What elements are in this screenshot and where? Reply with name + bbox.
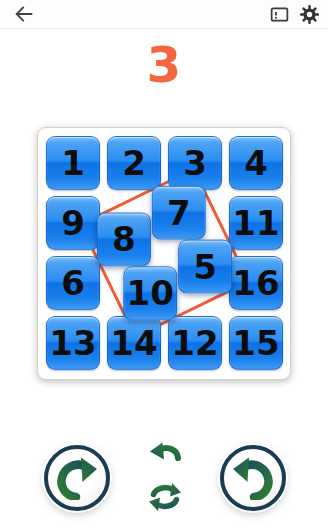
- bottom-controls: [0, 445, 328, 511]
- tile-5[interactable]: 5: [178, 240, 232, 294]
- rotate-counterclockwise-button[interactable]: [220, 445, 286, 511]
- tile-9[interactable]: 9: [46, 196, 100, 250]
- rotating-block: 8 7 10 5: [88, 177, 241, 330]
- tile-4[interactable]: 4: [229, 136, 283, 190]
- back-arrow-icon: [13, 3, 35, 25]
- settings-button[interactable]: [296, 1, 322, 27]
- back-button[interactable]: [12, 2, 36, 26]
- refresh-direction-icon: [148, 481, 182, 513]
- rotate-clockwise-icon: [55, 456, 99, 500]
- tile-1[interactable]: 1: [46, 136, 100, 190]
- feedback-icon: [269, 4, 290, 25]
- tile-13[interactable]: 13: [46, 316, 100, 370]
- direction-toggle[interactable]: [147, 441, 183, 513]
- tile-7[interactable]: 7: [152, 186, 206, 240]
- tile-8[interactable]: 8: [97, 212, 151, 266]
- tile-11[interactable]: 11: [229, 196, 283, 250]
- move-counter: 3: [0, 40, 328, 90]
- gear-icon: [299, 4, 320, 25]
- tile-3[interactable]: 3: [168, 136, 222, 190]
- tile-16[interactable]: 16: [229, 256, 283, 310]
- rotate-clockwise-button[interactable]: [44, 445, 110, 511]
- top-bar: [0, 0, 328, 29]
- tile-12[interactable]: 12: [168, 316, 222, 370]
- tile-14[interactable]: 14: [107, 316, 161, 370]
- tile-15[interactable]: 15: [229, 316, 283, 370]
- undo-direction-icon: [148, 441, 182, 465]
- tile-2[interactable]: 2: [107, 136, 161, 190]
- tile-10[interactable]: 10: [123, 266, 177, 320]
- tile-6[interactable]: 6: [46, 256, 100, 310]
- rotate-counterclockwise-icon: [231, 456, 275, 500]
- puzzle-board: 1 2 3 4 9 11 6 16 13 14 12 15 8 7 10 5: [37, 127, 291, 380]
- feedback-button[interactable]: [266, 1, 292, 27]
